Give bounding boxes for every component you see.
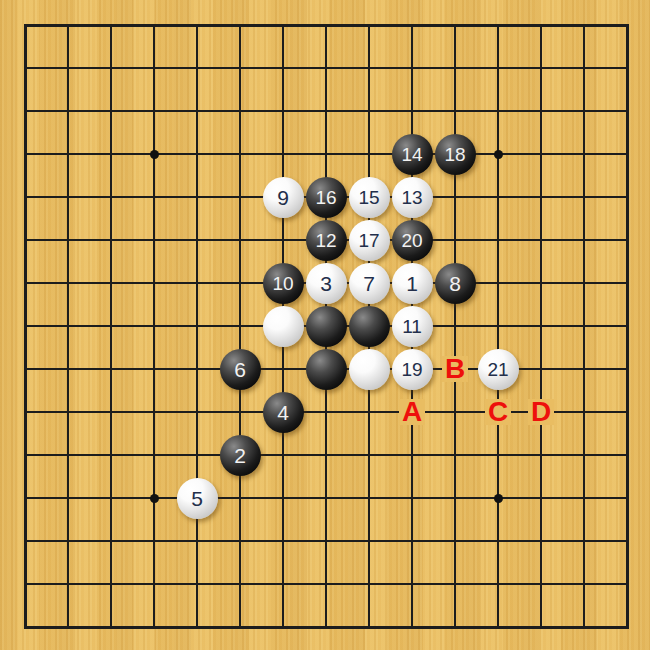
grid-line-horizontal	[24, 583, 629, 585]
stone-white-3: 3	[306, 263, 347, 304]
move-choice-D[interactable]: D	[528, 399, 554, 425]
go-board[interactable]: ABCD141891615131217201037181161921425	[0, 0, 650, 650]
stone-black-4: 4	[263, 392, 304, 433]
move-number: 18	[444, 145, 465, 164]
grid-line-vertical	[583, 24, 585, 629]
stone-white	[263, 306, 304, 347]
grid-line-horizontal	[24, 454, 629, 456]
stone-black-10: 10	[263, 263, 304, 304]
stone-white-19: 19	[392, 349, 433, 390]
stone-white	[349, 349, 390, 390]
stone-white-7: 7	[349, 263, 390, 304]
star-point	[494, 150, 503, 159]
stone-white-21: 21	[478, 349, 519, 390]
stone-black-20: 20	[392, 220, 433, 261]
move-number: 2	[234, 445, 246, 466]
move-number: 19	[401, 360, 422, 379]
grid-line-vertical	[540, 24, 542, 629]
stone-white-1: 1	[392, 263, 433, 304]
stone-black-18: 18	[435, 134, 476, 175]
move-number: 12	[315, 231, 336, 250]
move-choice-C[interactable]: C	[485, 399, 511, 425]
move-number: 13	[401, 188, 422, 207]
move-number: 11	[402, 317, 422, 336]
move-number: 7	[363, 273, 375, 294]
stone-white-9: 9	[263, 177, 304, 218]
grid-line-horizontal	[24, 540, 629, 542]
stone-white-13: 13	[392, 177, 433, 218]
move-number: 3	[320, 273, 332, 294]
move-number: 17	[358, 231, 379, 250]
stone-black	[306, 306, 347, 347]
move-number: 5	[191, 488, 203, 509]
stone-black-6: 6	[220, 349, 261, 390]
grid-line-vertical	[454, 24, 456, 629]
star-point	[494, 494, 503, 503]
stone-white-11: 11	[392, 306, 433, 347]
move-number: 15	[358, 188, 379, 207]
move-number: 6	[234, 359, 246, 380]
move-number: 16	[315, 188, 336, 207]
move-number: 20	[401, 231, 422, 250]
move-choice-B[interactable]: B	[442, 356, 468, 382]
move-number: 14	[401, 145, 422, 164]
stone-black-2: 2	[220, 435, 261, 476]
move-number: 1	[406, 273, 418, 294]
star-point	[150, 494, 159, 503]
go-app-stage: ABCD141891615131217201037181161921425	[0, 0, 650, 650]
move-number: 8	[449, 273, 461, 294]
stone-black	[349, 306, 390, 347]
grid-line-vertical	[497, 24, 499, 629]
stone-black-14: 14	[392, 134, 433, 175]
grid-line-horizontal	[24, 626, 629, 629]
stone-white-17: 17	[349, 220, 390, 261]
move-number: 4	[277, 402, 289, 423]
stone-black-12: 12	[306, 220, 347, 261]
move-number: 10	[272, 274, 293, 293]
grid-line-horizontal	[24, 497, 629, 499]
stone-black	[306, 349, 347, 390]
move-number: 9	[277, 187, 289, 208]
star-point	[150, 150, 159, 159]
stone-white-5: 5	[177, 478, 218, 519]
move-choice-A[interactable]: A	[399, 399, 425, 425]
grid-line-vertical	[626, 24, 629, 629]
move-number: 21	[487, 360, 508, 379]
stone-black-16: 16	[306, 177, 347, 218]
stone-black-8: 8	[435, 263, 476, 304]
stone-white-15: 15	[349, 177, 390, 218]
